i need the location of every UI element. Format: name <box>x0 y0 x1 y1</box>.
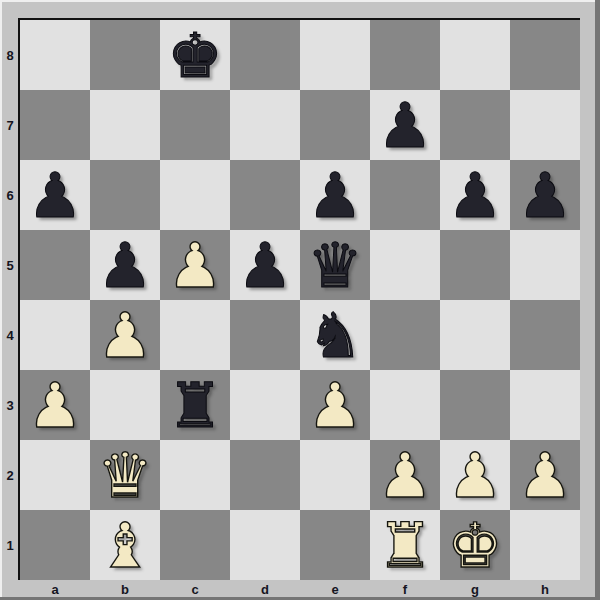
square-g5[interactable] <box>440 230 510 300</box>
square-b2[interactable]: ♛ <box>90 440 160 510</box>
chessboard: ♚♟♟♟♟♟♟♟♟♛♟♞♟♜♟♛♟♟♟♝♜♚ <box>18 18 580 580</box>
square-c5[interactable]: ♟ <box>160 230 230 300</box>
file-label-a: a <box>20 580 90 598</box>
square-a3[interactable]: ♟ <box>20 370 90 440</box>
square-c7[interactable] <box>160 90 230 160</box>
rank-label-7: 7 <box>0 90 18 160</box>
square-g7[interactable] <box>440 90 510 160</box>
square-f3[interactable] <box>370 370 440 440</box>
square-d5[interactable]: ♟ <box>230 230 300 300</box>
square-f4[interactable] <box>370 300 440 370</box>
square-b1[interactable]: ♝ <box>90 510 160 580</box>
square-d3[interactable] <box>230 370 300 440</box>
square-d2[interactable] <box>230 440 300 510</box>
square-e3[interactable]: ♟ <box>300 370 370 440</box>
piece-black-pawn[interactable]: ♟ <box>20 160 90 230</box>
rank-label-5: 5 <box>0 230 18 300</box>
file-label-f: f <box>370 580 440 598</box>
square-g2[interactable]: ♟ <box>440 440 510 510</box>
piece-black-pawn[interactable]: ♟ <box>90 230 160 300</box>
file-label-c: c <box>160 580 230 598</box>
square-b5[interactable]: ♟ <box>90 230 160 300</box>
square-a2[interactable] <box>20 440 90 510</box>
rank-label-2: 2 <box>0 440 18 510</box>
piece-black-rook[interactable]: ♜ <box>160 370 230 440</box>
square-d8[interactable] <box>230 20 300 90</box>
square-e6[interactable]: ♟ <box>300 160 370 230</box>
square-h2[interactable]: ♟ <box>510 440 580 510</box>
rank-label-3: 3 <box>0 370 18 440</box>
file-label-b: b <box>90 580 160 598</box>
rank-label-8: 8 <box>0 20 18 90</box>
frame-bevel-right <box>595 0 600 600</box>
piece-black-pawn[interactable]: ♟ <box>510 160 580 230</box>
piece-white-pawn[interactable]: ♟ <box>90 300 160 370</box>
square-g1[interactable]: ♚ <box>440 510 510 580</box>
rank-label-4: 4 <box>0 300 18 370</box>
square-a5[interactable] <box>20 230 90 300</box>
square-f1[interactable]: ♜ <box>370 510 440 580</box>
file-label-h: h <box>510 580 580 598</box>
square-g6[interactable]: ♟ <box>440 160 510 230</box>
square-c4[interactable] <box>160 300 230 370</box>
file-labels: abcdefgh <box>20 580 580 598</box>
square-b4[interactable]: ♟ <box>90 300 160 370</box>
square-b6[interactable] <box>90 160 160 230</box>
file-label-e: e <box>300 580 370 598</box>
square-a7[interactable] <box>20 90 90 160</box>
square-b8[interactable] <box>90 20 160 90</box>
piece-white-bishop[interactable]: ♝ <box>90 510 160 580</box>
piece-white-pawn[interactable]: ♟ <box>440 440 510 510</box>
square-e4[interactable]: ♞ <box>300 300 370 370</box>
square-h4[interactable] <box>510 300 580 370</box>
square-b3[interactable] <box>90 370 160 440</box>
square-f5[interactable] <box>370 230 440 300</box>
square-d6[interactable] <box>230 160 300 230</box>
file-label-g: g <box>440 580 510 598</box>
piece-black-pawn[interactable]: ♟ <box>440 160 510 230</box>
square-g8[interactable] <box>440 20 510 90</box>
piece-white-rook[interactable]: ♜ <box>370 510 440 580</box>
square-a8[interactable] <box>20 20 90 90</box>
piece-black-pawn[interactable]: ♟ <box>370 90 440 160</box>
square-h3[interactable] <box>510 370 580 440</box>
square-a1[interactable] <box>20 510 90 580</box>
square-f2[interactable]: ♟ <box>370 440 440 510</box>
square-b7[interactable] <box>90 90 160 160</box>
square-c1[interactable] <box>160 510 230 580</box>
square-f7[interactable]: ♟ <box>370 90 440 160</box>
square-d1[interactable] <box>230 510 300 580</box>
piece-black-pawn[interactable]: ♟ <box>230 230 300 300</box>
piece-black-knight[interactable]: ♞ <box>300 300 370 370</box>
piece-white-queen[interactable]: ♛ <box>90 440 160 510</box>
rank-label-1: 1 <box>0 510 18 580</box>
chess-diagram: 87654321 ♚♟♟♟♟♟♟♟♟♛♟♞♟♜♟♛♟♟♟♝♜♚ abcdefgh <box>0 0 600 600</box>
square-e7[interactable] <box>300 90 370 160</box>
square-g3[interactable] <box>440 370 510 440</box>
square-h7[interactable] <box>510 90 580 160</box>
square-a6[interactable]: ♟ <box>20 160 90 230</box>
square-c6[interactable] <box>160 160 230 230</box>
frame-bevel-top <box>0 0 600 2</box>
square-c3[interactable]: ♜ <box>160 370 230 440</box>
square-h5[interactable] <box>510 230 580 300</box>
square-h8[interactable] <box>510 20 580 90</box>
square-d4[interactable] <box>230 300 300 370</box>
square-a4[interactable] <box>20 300 90 370</box>
square-e5[interactable]: ♛ <box>300 230 370 300</box>
piece-black-queen[interactable]: ♛ <box>300 230 370 300</box>
piece-white-king[interactable]: ♚ <box>440 510 510 580</box>
file-label-d: d <box>230 580 300 598</box>
square-g4[interactable] <box>440 300 510 370</box>
square-e8[interactable] <box>300 20 370 90</box>
piece-white-pawn[interactable]: ♟ <box>20 370 90 440</box>
square-c2[interactable] <box>160 440 230 510</box>
square-h6[interactable]: ♟ <box>510 160 580 230</box>
square-d7[interactable] <box>230 90 300 160</box>
square-e1[interactable] <box>300 510 370 580</box>
square-f8[interactable] <box>370 20 440 90</box>
piece-white-pawn[interactable]: ♟ <box>510 440 580 510</box>
square-e2[interactable] <box>300 440 370 510</box>
rank-labels: 87654321 <box>0 20 18 580</box>
square-c8[interactable]: ♚ <box>160 20 230 90</box>
rank-label-6: 6 <box>0 160 18 230</box>
square-h1[interactable] <box>510 510 580 580</box>
piece-white-pawn[interactable]: ♟ <box>160 230 230 300</box>
piece-black-pawn[interactable]: ♟ <box>300 160 370 230</box>
piece-white-pawn[interactable]: ♟ <box>300 370 370 440</box>
square-f6[interactable] <box>370 160 440 230</box>
piece-white-pawn[interactable]: ♟ <box>370 440 440 510</box>
piece-black-king[interactable]: ♚ <box>160 20 230 90</box>
